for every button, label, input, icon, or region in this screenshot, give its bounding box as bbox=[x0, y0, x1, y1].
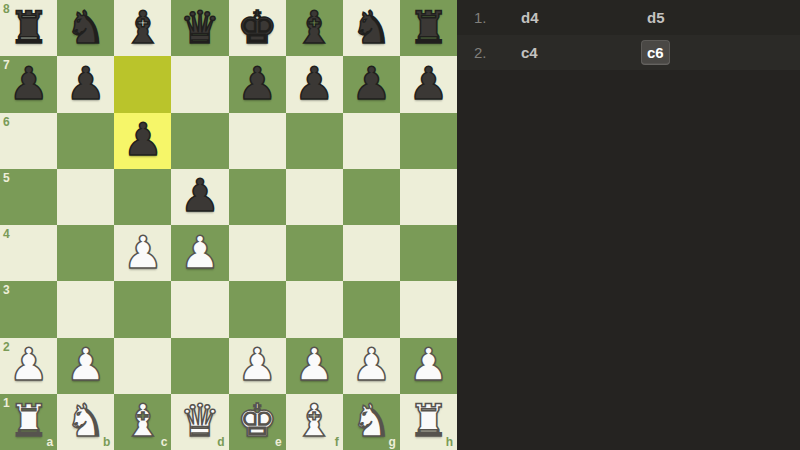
square-h5[interactable] bbox=[400, 169, 457, 225]
piece-black-pawn-icon[interactable]: ♟ bbox=[123, 117, 163, 162]
square-d7[interactable] bbox=[171, 56, 228, 112]
square-d3[interactable] bbox=[171, 281, 228, 337]
square-h8[interactable]: ♜ bbox=[400, 0, 457, 56]
square-h6[interactable] bbox=[400, 113, 457, 169]
square-a1[interactable]: 1a♜ bbox=[0, 394, 57, 450]
square-e1[interactable]: e♚ bbox=[229, 394, 286, 450]
square-e2[interactable]: ♟ bbox=[229, 338, 286, 394]
square-h3[interactable] bbox=[400, 281, 457, 337]
square-c8[interactable]: ♝ bbox=[114, 0, 171, 56]
square-e4[interactable] bbox=[229, 225, 286, 281]
square-a2[interactable]: 2♟ bbox=[0, 338, 57, 394]
move-white[interactable]: c4 bbox=[521, 44, 647, 61]
square-a5[interactable]: 5 bbox=[0, 169, 57, 225]
square-a6[interactable]: 6 bbox=[0, 113, 57, 169]
square-h2[interactable]: ♟ bbox=[400, 338, 457, 394]
move-list-panel: 1.d4d52.c4c6 bbox=[457, 0, 800, 450]
square-f6[interactable] bbox=[286, 113, 343, 169]
chess-board[interactable]: 8♜♞♝♛♚♝♞♜7♟♟♟♟♟♟6♟5♟4♟♟32♟♟♟♟♟♟1a♜b♞c♝d♛… bbox=[0, 0, 457, 450]
piece-white-pawn-icon[interactable]: ♟ bbox=[237, 342, 277, 387]
rank-label-3: 3 bbox=[3, 284, 10, 296]
square-g2[interactable]: ♟ bbox=[343, 338, 400, 394]
square-g4[interactable] bbox=[343, 225, 400, 281]
piece-black-pawn-icon[interactable]: ♟ bbox=[8, 61, 48, 106]
piece-black-knight-icon[interactable]: ♞ bbox=[66, 5, 106, 50]
square-e8[interactable]: ♚ bbox=[229, 0, 286, 56]
move-row-2: 2.c4c6 bbox=[457, 35, 800, 70]
square-b4[interactable] bbox=[57, 225, 114, 281]
piece-black-pawn-icon[interactable]: ♟ bbox=[66, 61, 106, 106]
square-c7[interactable] bbox=[114, 56, 171, 112]
piece-black-rook-icon[interactable]: ♜ bbox=[408, 5, 448, 50]
square-c5[interactable] bbox=[114, 169, 171, 225]
piece-white-pawn-icon[interactable]: ♟ bbox=[294, 342, 334, 387]
piece-black-pawn-icon[interactable]: ♟ bbox=[180, 173, 220, 218]
rank-label-5: 5 bbox=[3, 172, 10, 184]
piece-white-pawn-icon[interactable]: ♟ bbox=[180, 230, 220, 275]
square-h7[interactable]: ♟ bbox=[400, 56, 457, 112]
square-d8[interactable]: ♛ bbox=[171, 0, 228, 56]
square-h4[interactable] bbox=[400, 225, 457, 281]
square-a4[interactable]: 4 bbox=[0, 225, 57, 281]
piece-black-king-icon[interactable]: ♚ bbox=[237, 5, 277, 50]
square-f7[interactable]: ♟ bbox=[286, 56, 343, 112]
square-d4[interactable]: ♟ bbox=[171, 225, 228, 281]
piece-white-pawn-icon[interactable]: ♟ bbox=[408, 342, 448, 387]
square-c1[interactable]: c♝ bbox=[114, 394, 171, 450]
square-g7[interactable]: ♟ bbox=[343, 56, 400, 112]
piece-white-rook-icon[interactable]: ♜ bbox=[8, 398, 48, 443]
move-black[interactable]: d5 bbox=[647, 9, 773, 26]
square-b6[interactable] bbox=[57, 113, 114, 169]
move-row-1: 1.d4d5 bbox=[457, 0, 800, 35]
piece-white-pawn-icon[interactable]: ♟ bbox=[8, 342, 48, 387]
square-c3[interactable] bbox=[114, 281, 171, 337]
piece-black-bishop-icon[interactable]: ♝ bbox=[123, 5, 163, 50]
square-f2[interactable]: ♟ bbox=[286, 338, 343, 394]
piece-black-pawn-icon[interactable]: ♟ bbox=[351, 61, 391, 106]
square-d6[interactable] bbox=[171, 113, 228, 169]
square-g8[interactable]: ♞ bbox=[343, 0, 400, 56]
move-san[interactable]: c6 bbox=[641, 40, 670, 65]
piece-black-queen-icon[interactable]: ♛ bbox=[180, 5, 220, 50]
piece-white-pawn-icon[interactable]: ♟ bbox=[66, 342, 106, 387]
square-b1[interactable]: b♞ bbox=[57, 394, 114, 450]
square-c6[interactable]: ♟ bbox=[114, 113, 171, 169]
piece-black-rook-icon[interactable]: ♜ bbox=[8, 5, 48, 50]
square-g1[interactable]: g♞ bbox=[343, 394, 400, 450]
square-g5[interactable] bbox=[343, 169, 400, 225]
square-b7[interactable]: ♟ bbox=[57, 56, 114, 112]
piece-black-bishop-icon[interactable]: ♝ bbox=[294, 5, 334, 50]
square-e5[interactable] bbox=[229, 169, 286, 225]
square-e6[interactable] bbox=[229, 113, 286, 169]
square-e3[interactable] bbox=[229, 281, 286, 337]
square-f8[interactable]: ♝ bbox=[286, 0, 343, 56]
square-f1[interactable]: f♝ bbox=[286, 394, 343, 450]
square-h1[interactable]: h♜ bbox=[400, 394, 457, 450]
square-g3[interactable] bbox=[343, 281, 400, 337]
square-b8[interactable]: ♞ bbox=[57, 0, 114, 56]
square-b3[interactable] bbox=[57, 281, 114, 337]
square-g6[interactable] bbox=[343, 113, 400, 169]
piece-white-pawn-icon[interactable]: ♟ bbox=[123, 230, 163, 275]
rank-label-4: 4 bbox=[3, 228, 10, 240]
square-d2[interactable] bbox=[171, 338, 228, 394]
piece-white-bishop-icon[interactable]: ♝ bbox=[123, 398, 163, 443]
piece-white-bishop-icon[interactable]: ♝ bbox=[294, 398, 334, 443]
piece-white-king-icon[interactable]: ♚ bbox=[237, 398, 277, 443]
move-san[interactable]: d5 bbox=[647, 9, 665, 26]
file-label-f: f bbox=[335, 436, 339, 448]
piece-black-pawn-icon[interactable]: ♟ bbox=[237, 61, 277, 106]
piece-white-knight-icon[interactable]: ♞ bbox=[66, 398, 106, 443]
square-c2[interactable] bbox=[114, 338, 171, 394]
square-b5[interactable] bbox=[57, 169, 114, 225]
square-a7[interactable]: 7♟ bbox=[0, 56, 57, 112]
square-e7[interactable]: ♟ bbox=[229, 56, 286, 112]
square-d5[interactable]: ♟ bbox=[171, 169, 228, 225]
square-f4[interactable] bbox=[286, 225, 343, 281]
square-d1[interactable]: d♛ bbox=[171, 394, 228, 450]
piece-white-queen-icon[interactable]: ♛ bbox=[180, 398, 220, 443]
move-number: 2. bbox=[457, 44, 521, 61]
square-a8[interactable]: 8♜ bbox=[0, 0, 57, 56]
move-black-current[interactable]: c6 bbox=[647, 44, 773, 61]
piece-black-knight-icon[interactable]: ♞ bbox=[351, 5, 391, 50]
piece-black-pawn-icon[interactable]: ♟ bbox=[408, 61, 448, 106]
square-f5[interactable] bbox=[286, 169, 343, 225]
rank-label-6: 6 bbox=[3, 116, 10, 128]
piece-white-pawn-icon[interactable]: ♟ bbox=[351, 342, 391, 387]
square-b2[interactable]: ♟ bbox=[57, 338, 114, 394]
piece-white-knight-icon[interactable]: ♞ bbox=[351, 398, 391, 443]
square-a3[interactable]: 3 bbox=[0, 281, 57, 337]
move-san[interactable]: d4 bbox=[521, 9, 539, 26]
move-san[interactable]: c4 bbox=[521, 44, 538, 61]
square-f3[interactable] bbox=[286, 281, 343, 337]
piece-black-pawn-icon[interactable]: ♟ bbox=[294, 61, 334, 106]
move-white[interactable]: d4 bbox=[521, 9, 647, 26]
square-c4[interactable]: ♟ bbox=[114, 225, 171, 281]
move-number: 1. bbox=[457, 9, 521, 26]
piece-white-rook-icon[interactable]: ♜ bbox=[408, 398, 448, 443]
